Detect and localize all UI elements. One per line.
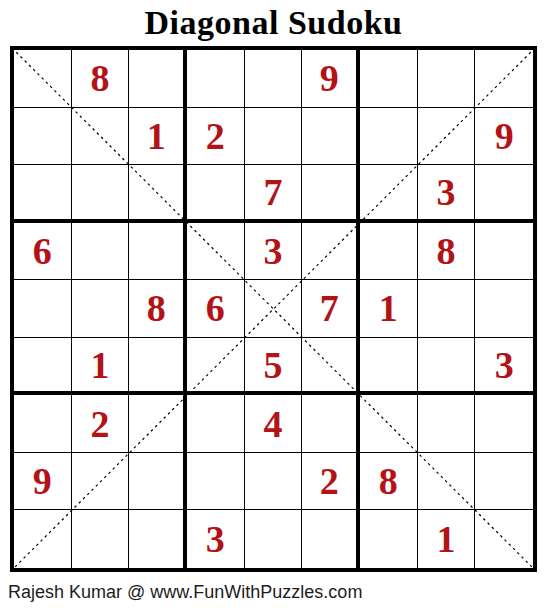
cell-r9c2[interactable] <box>72 510 130 568</box>
given-digit: 8 <box>90 59 109 97</box>
cell-r8c8[interactable] <box>418 453 476 511</box>
cell-r8c9[interactable] <box>475 453 533 511</box>
cell-r1c2[interactable]: 8 <box>72 50 130 108</box>
cell-r2c7[interactable] <box>360 108 418 166</box>
cell-r8c4[interactable] <box>187 453 245 511</box>
cell-r4c5[interactable]: 3 <box>245 223 303 281</box>
cell-r4c8[interactable]: 8 <box>418 223 476 281</box>
cell-r1c4[interactable] <box>187 50 245 108</box>
cell-r9c8[interactable]: 1 <box>418 510 476 568</box>
cell-r2c3[interactable]: 1 <box>129 108 187 166</box>
cell-r7c4[interactable] <box>187 395 245 453</box>
cell-r6c4[interactable] <box>187 338 245 396</box>
cell-r3c2[interactable] <box>72 165 130 223</box>
sudoku-board: 891297363886711532492831 <box>10 46 537 572</box>
cell-r9c6[interactable] <box>302 510 360 568</box>
cell-r7c2[interactable]: 2 <box>72 395 130 453</box>
cell-r8c2[interactable] <box>72 453 130 511</box>
given-digit: 6 <box>33 232 52 270</box>
cell-r3c8[interactable]: 3 <box>418 165 476 223</box>
given-digit: 8 <box>436 232 455 270</box>
cell-r6c8[interactable] <box>418 338 476 396</box>
cell-r5c7[interactable]: 1 <box>360 280 418 338</box>
cell-r6c7[interactable] <box>360 338 418 396</box>
cell-r6c3[interactable] <box>129 338 187 396</box>
given-digit: 9 <box>495 117 514 155</box>
cell-r8c5[interactable] <box>245 453 303 511</box>
given-digit: 6 <box>206 289 225 327</box>
given-digit: 1 <box>147 117 166 155</box>
given-digit: 8 <box>379 462 398 500</box>
cell-r9c7[interactable] <box>360 510 418 568</box>
cell-r1c7[interactable] <box>360 50 418 108</box>
cell-r3c5[interactable]: 7 <box>245 165 303 223</box>
cell-r7c8[interactable] <box>418 395 476 453</box>
cell-r6c1[interactable] <box>14 338 72 396</box>
given-digit: 9 <box>320 59 339 97</box>
cell-r5c2[interactable] <box>72 280 130 338</box>
cell-r8c7[interactable]: 8 <box>360 453 418 511</box>
credit-text: Rajesh Kumar @ www.FunWithPuzzles.com <box>0 572 547 603</box>
given-digit: 3 <box>495 346 514 384</box>
cell-r2c1[interactable] <box>14 108 72 166</box>
cell-r8c1[interactable]: 9 <box>14 453 72 511</box>
cell-r2c6[interactable] <box>302 108 360 166</box>
cell-r9c4[interactable]: 3 <box>187 510 245 568</box>
given-digit: 3 <box>263 232 282 270</box>
cell-r5c1[interactable] <box>14 280 72 338</box>
cell-r3c1[interactable] <box>14 165 72 223</box>
cell-r4c2[interactable] <box>72 223 130 281</box>
given-digit: 1 <box>436 520 455 558</box>
cell-r9c5[interactable] <box>245 510 303 568</box>
cell-r4c9[interactable] <box>475 223 533 281</box>
cell-r3c9[interactable] <box>475 165 533 223</box>
cell-r4c1[interactable]: 6 <box>14 223 72 281</box>
puzzle-page: Diagonal Sudoku 891297363886711532492831… <box>0 0 547 615</box>
cell-r9c3[interactable] <box>129 510 187 568</box>
cell-r2c4[interactable]: 2 <box>187 108 245 166</box>
cell-r4c4[interactable] <box>187 223 245 281</box>
given-digit: 7 <box>320 289 339 327</box>
cell-r5c8[interactable] <box>418 280 476 338</box>
cell-r1c5[interactable] <box>245 50 303 108</box>
cell-r5c3[interactable]: 8 <box>129 280 187 338</box>
given-digit: 4 <box>263 405 282 443</box>
cell-r1c3[interactable] <box>129 50 187 108</box>
cell-r2c8[interactable] <box>418 108 476 166</box>
given-digit: 3 <box>206 520 225 558</box>
cell-r1c1[interactable] <box>14 50 72 108</box>
cell-r1c9[interactable] <box>475 50 533 108</box>
cell-r2c2[interactable] <box>72 108 130 166</box>
cell-r7c9[interactable] <box>475 395 533 453</box>
given-digit: 1 <box>379 289 398 327</box>
given-digit: 2 <box>320 462 339 500</box>
cell-r3c7[interactable] <box>360 165 418 223</box>
cell-r4c6[interactable] <box>302 223 360 281</box>
given-digit: 2 <box>206 117 225 155</box>
cell-r7c6[interactable] <box>302 395 360 453</box>
page-title: Diagonal Sudoku <box>0 0 547 46</box>
cell-r2c5[interactable] <box>245 108 303 166</box>
cell-r4c7[interactable] <box>360 223 418 281</box>
cell-r2c9[interactable]: 9 <box>475 108 533 166</box>
given-digit: 3 <box>436 173 455 211</box>
cell-r5c4[interactable]: 6 <box>187 280 245 338</box>
cell-r6c9[interactable]: 3 <box>475 338 533 396</box>
cell-r3c4[interactable] <box>187 165 245 223</box>
cell-r5c6[interactable]: 7 <box>302 280 360 338</box>
cell-r4c3[interactable] <box>129 223 187 281</box>
cell-r7c5[interactable]: 4 <box>245 395 303 453</box>
cell-r8c3[interactable] <box>129 453 187 511</box>
board-container: 891297363886711532492831 <box>10 46 537 572</box>
given-digit: 8 <box>147 289 166 327</box>
given-digit: 2 <box>90 405 109 443</box>
cell-r5c5[interactable] <box>245 280 303 338</box>
cell-r5c9[interactable] <box>475 280 533 338</box>
cell-r1c6[interactable]: 9 <box>302 50 360 108</box>
cell-r3c6[interactable] <box>302 165 360 223</box>
given-digit: 7 <box>263 173 282 211</box>
cell-r9c1[interactable] <box>14 510 72 568</box>
cell-r1c8[interactable] <box>418 50 476 108</box>
cell-r7c7[interactable] <box>360 395 418 453</box>
given-digit: 9 <box>33 462 52 500</box>
cell-r7c3[interactable] <box>129 395 187 453</box>
cell-r6c5[interactable]: 5 <box>245 338 303 396</box>
cell-r6c6[interactable] <box>302 338 360 396</box>
cell-r6c2[interactable]: 1 <box>72 338 130 396</box>
cell-r8c6[interactable]: 2 <box>302 453 360 511</box>
given-digit: 1 <box>90 346 109 384</box>
cell-r7c1[interactable] <box>14 395 72 453</box>
cell-r3c3[interactable] <box>129 165 187 223</box>
cell-r9c9[interactable] <box>475 510 533 568</box>
given-digit: 5 <box>263 346 282 384</box>
